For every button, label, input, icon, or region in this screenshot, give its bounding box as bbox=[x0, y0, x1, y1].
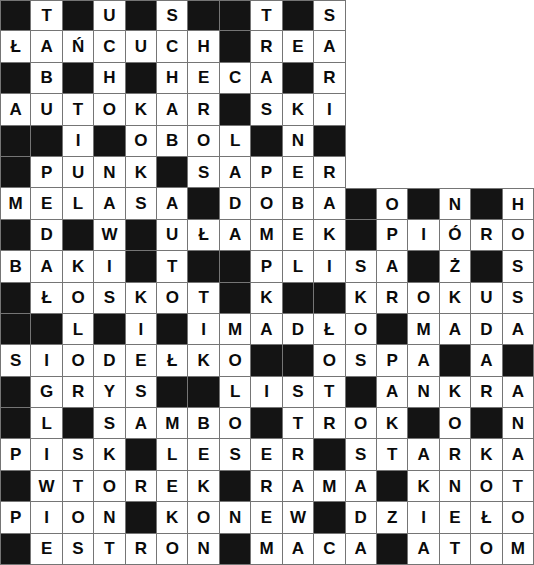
block-r13c7 bbox=[188, 377, 219, 408]
cell-r17c1[interactable]: P bbox=[0, 502, 31, 533]
cell-r2c2[interactable]: A bbox=[31, 31, 62, 62]
cell-r8c10[interactable]: E bbox=[283, 220, 314, 251]
cell-r3c4[interactable]: H bbox=[94, 63, 125, 94]
block-r14c14 bbox=[408, 408, 439, 439]
cell-r8c11[interactable]: K bbox=[314, 220, 345, 251]
cell-r4c11[interactable]: I bbox=[314, 94, 345, 125]
void-area bbox=[408, 31, 439, 62]
block-r2c8 bbox=[220, 31, 251, 62]
cell-r15c8[interactable]: S bbox=[220, 439, 251, 470]
block-r11c4 bbox=[94, 314, 125, 345]
cell-r16c15[interactable]: N bbox=[440, 471, 471, 502]
cell-r7c11[interactable]: A bbox=[314, 188, 345, 219]
cell-r3c11[interactable]: R bbox=[314, 63, 345, 94]
cell-r14c13[interactable]: K bbox=[377, 408, 408, 439]
cell-r14c17[interactable]: N bbox=[503, 408, 534, 439]
cell-r14c15[interactable]: O bbox=[440, 408, 471, 439]
cell-r12c11[interactable]: O bbox=[314, 345, 345, 376]
cell-r18c10[interactable]: A bbox=[283, 534, 314, 565]
cell-r4c7[interactable]: R bbox=[188, 94, 219, 125]
void-area bbox=[503, 157, 534, 188]
void-area bbox=[440, 157, 471, 188]
cell-r11c14[interactable]: M bbox=[408, 314, 439, 345]
block-r7c14 bbox=[408, 188, 439, 219]
cell-r9c1[interactable]: B bbox=[0, 251, 31, 282]
cell-r8c4[interactable]: W bbox=[94, 220, 125, 251]
block-r7c16 bbox=[471, 188, 502, 219]
cell-r17c14[interactable]: I bbox=[408, 502, 439, 533]
cell-r2c4[interactable]: C bbox=[94, 31, 125, 62]
cell-r12c2[interactable]: I bbox=[31, 345, 62, 376]
block-r9c5 bbox=[126, 251, 157, 282]
block-r1c5 bbox=[126, 0, 157, 31]
cell-r6c7[interactable]: S bbox=[188, 157, 219, 188]
block-r11c1 bbox=[0, 314, 31, 345]
cell-r5c10[interactable]: N bbox=[283, 126, 314, 157]
cell-r8c9[interactable]: M bbox=[251, 220, 282, 251]
cell-r13c5[interactable]: S bbox=[126, 377, 157, 408]
cell-r16c6[interactable]: E bbox=[157, 471, 188, 502]
cell-r8c16[interactable]: R bbox=[471, 220, 502, 251]
cell-r9c17[interactable]: S bbox=[503, 251, 534, 282]
cell-r2c1[interactable]: Ł bbox=[0, 31, 31, 62]
cell-r2c9[interactable]: R bbox=[251, 31, 282, 62]
cell-r4c5[interactable]: K bbox=[126, 94, 157, 125]
void-area bbox=[408, 94, 439, 125]
cell-r12c13[interactable]: P bbox=[377, 345, 408, 376]
cell-r2c5[interactable]: U bbox=[126, 31, 157, 62]
cell-r7c8[interactable]: D bbox=[220, 188, 251, 219]
block-r8c5 bbox=[126, 220, 157, 251]
cell-r14c8[interactable]: O bbox=[220, 408, 251, 439]
cell-r17c3[interactable]: O bbox=[63, 502, 94, 533]
cell-r12c14[interactable]: A bbox=[408, 345, 439, 376]
cell-r15c2[interactable]: I bbox=[31, 439, 62, 470]
cell-r2c6[interactable]: C bbox=[157, 31, 188, 62]
cell-r8c8[interactable]: A bbox=[220, 220, 251, 251]
block-r9c7 bbox=[188, 251, 219, 282]
cell-r6c3[interactable]: U bbox=[63, 157, 94, 188]
cell-r14c6[interactable]: M bbox=[157, 408, 188, 439]
void-area bbox=[377, 0, 408, 31]
cell-r18c14[interactable]: A bbox=[408, 534, 439, 565]
void-area bbox=[440, 31, 471, 62]
cell-r10c4[interactable]: S bbox=[94, 283, 125, 314]
cell-r13c17[interactable]: A bbox=[503, 377, 534, 408]
void-area bbox=[471, 94, 502, 125]
void-area bbox=[377, 63, 408, 94]
block-r11c6 bbox=[157, 314, 188, 345]
cell-r18c6[interactable]: O bbox=[157, 534, 188, 565]
void-area bbox=[408, 126, 439, 157]
cell-r14c7[interactable]: B bbox=[188, 408, 219, 439]
cell-r18c4[interactable]: T bbox=[94, 534, 125, 565]
cell-r15c10[interactable]: R bbox=[283, 439, 314, 470]
cell-r13c11[interactable]: T bbox=[314, 377, 345, 408]
cell-r1c6[interactable]: S bbox=[157, 0, 188, 31]
block-r8c12 bbox=[346, 220, 377, 251]
cell-r15c12[interactable]: S bbox=[346, 439, 377, 470]
cell-r3c7[interactable]: E bbox=[188, 63, 219, 94]
cell-r10c6[interactable]: O bbox=[157, 283, 188, 314]
cell-r17c4[interactable]: N bbox=[94, 502, 125, 533]
block-r11c2 bbox=[31, 314, 62, 345]
cell-r18c12[interactable]: A bbox=[346, 534, 377, 565]
cell-r15c4[interactable]: K bbox=[94, 439, 125, 470]
cell-r12c6[interactable]: Ł bbox=[157, 345, 188, 376]
cell-r11c3[interactable]: L bbox=[63, 314, 94, 345]
cell-r10c14[interactable]: O bbox=[408, 283, 439, 314]
block-r12c17 bbox=[503, 345, 534, 376]
cell-r11c10[interactable]: D bbox=[283, 314, 314, 345]
cell-r5c6[interactable]: B bbox=[157, 126, 188, 157]
cell-r11c16[interactable]: D bbox=[471, 314, 502, 345]
cell-r15c7[interactable]: E bbox=[188, 439, 219, 470]
block-r3c10 bbox=[283, 63, 314, 94]
cell-r15c9[interactable]: E bbox=[251, 439, 282, 470]
cell-r7c15[interactable]: N bbox=[440, 188, 471, 219]
void-area bbox=[377, 157, 408, 188]
cell-r4c2[interactable]: U bbox=[31, 94, 62, 125]
cell-r7c13[interactable]: O bbox=[377, 188, 408, 219]
void-area bbox=[503, 0, 534, 31]
cell-r18c2[interactable]: E bbox=[31, 534, 62, 565]
block-r1c10 bbox=[283, 0, 314, 31]
cell-r14c10[interactable]: T bbox=[283, 408, 314, 439]
cell-r16c2[interactable]: W bbox=[31, 471, 62, 502]
cell-r7c6[interactable]: A bbox=[157, 188, 188, 219]
void-area bbox=[471, 0, 502, 31]
cell-r12c8[interactable]: O bbox=[220, 345, 251, 376]
cell-r6c11[interactable]: R bbox=[314, 157, 345, 188]
cell-r15c1[interactable]: P bbox=[0, 439, 31, 470]
cell-r7c3[interactable]: L bbox=[63, 188, 94, 219]
cell-r7c10[interactable]: B bbox=[283, 188, 314, 219]
void-area bbox=[471, 126, 502, 157]
block-r1c3 bbox=[63, 0, 94, 31]
void-area bbox=[346, 63, 377, 94]
cell-r16c17[interactable]: T bbox=[503, 471, 534, 502]
cell-r16c7[interactable]: K bbox=[188, 471, 219, 502]
cell-r8c17[interactable]: O bbox=[503, 220, 534, 251]
cell-r10c3[interactable]: O bbox=[63, 283, 94, 314]
cell-r18c15[interactable]: T bbox=[440, 534, 471, 565]
cell-r1c4[interactable]: U bbox=[94, 0, 125, 31]
cell-r10c2[interactable]: Ł bbox=[31, 283, 62, 314]
block-r14c16 bbox=[471, 408, 502, 439]
cell-r17c12[interactable]: D bbox=[346, 502, 377, 533]
cell-r5c5[interactable]: O bbox=[126, 126, 157, 157]
cell-r5c7[interactable]: O bbox=[188, 126, 219, 157]
cell-r18c5[interactable]: R bbox=[126, 534, 157, 565]
cell-r16c14[interactable]: K bbox=[408, 471, 439, 502]
void-area bbox=[440, 63, 471, 94]
cell-r12c5[interactable]: E bbox=[126, 345, 157, 376]
block-r13c1 bbox=[0, 377, 31, 408]
cell-r4c4[interactable]: O bbox=[94, 94, 125, 125]
block-r5c4 bbox=[94, 126, 125, 157]
cell-r15c3[interactable]: S bbox=[63, 439, 94, 470]
cell-r8c15[interactable]: Ó bbox=[440, 220, 471, 251]
block-r16c1 bbox=[0, 471, 31, 502]
void-area bbox=[346, 31, 377, 62]
cell-r11c8[interactable]: M bbox=[220, 314, 251, 345]
block-r11c13 bbox=[377, 314, 408, 345]
cell-r10c9[interactable]: K bbox=[251, 283, 282, 314]
cell-r10c12[interactable]: K bbox=[346, 283, 377, 314]
block-r3c3 bbox=[63, 63, 94, 94]
cell-r9c6[interactable]: T bbox=[157, 251, 188, 282]
cell-r10c17[interactable]: S bbox=[503, 283, 534, 314]
cell-r18c3[interactable]: S bbox=[63, 534, 94, 565]
cell-r13c16[interactable]: R bbox=[471, 377, 502, 408]
block-r1c1 bbox=[0, 0, 31, 31]
block-r12c15 bbox=[440, 345, 471, 376]
cell-r17c17[interactable]: O bbox=[503, 502, 534, 533]
cell-r12c3[interactable]: O bbox=[63, 345, 94, 376]
cell-r7c1[interactable]: M bbox=[0, 188, 31, 219]
cell-r9c2[interactable]: A bbox=[31, 251, 62, 282]
cell-r13c8[interactable]: L bbox=[220, 377, 251, 408]
cell-r12c7[interactable]: K bbox=[188, 345, 219, 376]
block-r6c1 bbox=[0, 157, 31, 188]
cell-r13c15[interactable]: K bbox=[440, 377, 471, 408]
cell-r1c9[interactable]: T bbox=[251, 0, 282, 31]
cell-r13c9[interactable]: I bbox=[251, 377, 282, 408]
cell-r16c12[interactable]: A bbox=[346, 471, 377, 502]
void-area bbox=[503, 126, 534, 157]
cell-r18c16[interactable]: O bbox=[471, 534, 502, 565]
cell-r3c2[interactable]: B bbox=[31, 63, 62, 94]
void-area bbox=[377, 94, 408, 125]
cell-r9c15[interactable]: Ż bbox=[440, 251, 471, 282]
block-r8c1 bbox=[0, 220, 31, 251]
cell-r15c15[interactable]: R bbox=[440, 439, 471, 470]
cell-r8c13[interactable]: P bbox=[377, 220, 408, 251]
cell-r6c9[interactable]: P bbox=[251, 157, 282, 188]
block-r9c8 bbox=[220, 251, 251, 282]
block-r14c1 bbox=[0, 408, 31, 439]
cell-r17c9[interactable]: E bbox=[251, 502, 282, 533]
cell-r6c4[interactable]: N bbox=[94, 157, 125, 188]
cell-r7c2[interactable]: E bbox=[31, 188, 62, 219]
block-r14c3 bbox=[63, 408, 94, 439]
cell-r13c3[interactable]: R bbox=[63, 377, 94, 408]
block-r18c13 bbox=[377, 534, 408, 565]
cell-r12c4[interactable]: D bbox=[94, 345, 125, 376]
cell-r12c16[interactable]: A bbox=[471, 345, 502, 376]
cell-r10c15[interactable]: K bbox=[440, 283, 471, 314]
cell-r18c17[interactable]: M bbox=[503, 534, 534, 565]
block-r9c16 bbox=[471, 251, 502, 282]
cell-r11c9[interactable]: A bbox=[251, 314, 282, 345]
cell-r3c6[interactable]: H bbox=[157, 63, 188, 94]
cell-r9c11[interactable]: I bbox=[314, 251, 345, 282]
void-area bbox=[503, 31, 534, 62]
cell-r9c9[interactable]: P bbox=[251, 251, 282, 282]
block-r15c5 bbox=[126, 439, 157, 470]
cell-r17c16[interactable]: Ł bbox=[471, 502, 502, 533]
block-r10c11 bbox=[314, 283, 345, 314]
cell-r7c4[interactable]: A bbox=[94, 188, 125, 219]
void-area bbox=[408, 0, 439, 31]
cell-r4c9[interactable]: S bbox=[251, 94, 282, 125]
cell-r11c17[interactable]: A bbox=[503, 314, 534, 345]
cell-r6c10[interactable]: E bbox=[283, 157, 314, 188]
cell-r2c7[interactable]: H bbox=[188, 31, 219, 62]
cell-r16c4[interactable]: O bbox=[94, 471, 125, 502]
cell-r4c3[interactable]: T bbox=[63, 94, 94, 125]
cell-r17c6[interactable]: K bbox=[157, 502, 188, 533]
block-r17c5 bbox=[126, 502, 157, 533]
cell-r3c8[interactable]: C bbox=[220, 63, 251, 94]
cell-r10c13[interactable]: R bbox=[377, 283, 408, 314]
cell-r2c10[interactable]: E bbox=[283, 31, 314, 62]
cell-r15c17[interactable]: A bbox=[503, 439, 534, 470]
cell-r7c9[interactable]: O bbox=[251, 188, 282, 219]
cell-r18c7[interactable]: N bbox=[188, 534, 219, 565]
block-r5c2 bbox=[31, 126, 62, 157]
cell-r12c1[interactable]: S bbox=[0, 345, 31, 376]
cell-r16c11[interactable]: M bbox=[314, 471, 345, 502]
cell-r17c8[interactable]: N bbox=[220, 502, 251, 533]
crossword-page: { "game": "crossword", "variant": "Polis… bbox=[0, 0, 534, 565]
cell-r14c4[interactable]: S bbox=[94, 408, 125, 439]
block-r1c8 bbox=[220, 0, 251, 31]
block-r7c12 bbox=[346, 188, 377, 219]
cell-r16c16[interactable]: O bbox=[471, 471, 502, 502]
block-r10c10 bbox=[283, 283, 314, 314]
block-r18c1 bbox=[0, 534, 31, 565]
cell-r18c9[interactable]: M bbox=[251, 534, 282, 565]
void-area bbox=[440, 126, 471, 157]
cell-r9c10[interactable]: L bbox=[283, 251, 314, 282]
void-area bbox=[503, 94, 534, 125]
block-r13c6 bbox=[157, 377, 188, 408]
block-r7c7 bbox=[188, 188, 219, 219]
cell-r16c3[interactable]: T bbox=[63, 471, 94, 502]
block-r8c3 bbox=[63, 220, 94, 251]
cell-r11c5[interactable]: I bbox=[126, 314, 157, 345]
block-r6c6 bbox=[157, 157, 188, 188]
void-area bbox=[346, 94, 377, 125]
cell-r10c7[interactable]: T bbox=[188, 283, 219, 314]
block-r9c14 bbox=[408, 251, 439, 282]
cell-r17c10[interactable]: W bbox=[283, 502, 314, 533]
cell-r12c12[interactable]: S bbox=[346, 345, 377, 376]
cell-r16c5[interactable]: R bbox=[126, 471, 157, 502]
cell-r15c16[interactable]: K bbox=[471, 439, 502, 470]
cell-r6c5[interactable]: K bbox=[126, 157, 157, 188]
void-area bbox=[377, 126, 408, 157]
cell-r3c9[interactable]: A bbox=[251, 63, 282, 94]
cell-r1c11[interactable]: S bbox=[314, 0, 345, 31]
cell-r17c13[interactable]: Z bbox=[377, 502, 408, 533]
cell-r6c2[interactable]: P bbox=[31, 157, 62, 188]
cell-r8c7[interactable]: Ł bbox=[188, 220, 219, 251]
cell-r11c7[interactable]: I bbox=[188, 314, 219, 345]
cell-r8c14[interactable]: I bbox=[408, 220, 439, 251]
cell-r14c12[interactable]: O bbox=[346, 408, 377, 439]
block-r14c9 bbox=[251, 408, 282, 439]
cell-r18c11[interactable]: C bbox=[314, 534, 345, 565]
cell-r4c6[interactable]: A bbox=[157, 94, 188, 125]
cell-r14c2[interactable]: L bbox=[31, 408, 62, 439]
cell-r15c13[interactable]: T bbox=[377, 439, 408, 470]
cell-r4c1[interactable]: A bbox=[0, 94, 31, 125]
block-r10c8 bbox=[220, 283, 251, 314]
cell-r1c2[interactable]: T bbox=[31, 0, 62, 31]
cell-r17c2[interactable]: I bbox=[31, 502, 62, 533]
block-r18c8 bbox=[220, 534, 251, 565]
cell-r2c11[interactable]: A bbox=[314, 31, 345, 62]
cell-r7c5[interactable]: S bbox=[126, 188, 157, 219]
cell-r8c6[interactable]: U bbox=[157, 220, 188, 251]
void-area bbox=[346, 126, 377, 157]
cell-r13c4[interactable]: Y bbox=[94, 377, 125, 408]
block-r4c8 bbox=[220, 94, 251, 125]
cell-r5c8[interactable]: L bbox=[220, 126, 251, 157]
cell-r13c13[interactable]: A bbox=[377, 377, 408, 408]
cell-r11c15[interactable]: A bbox=[440, 314, 471, 345]
block-r5c1 bbox=[0, 126, 31, 157]
block-r12c9 bbox=[251, 345, 282, 376]
cell-r9c12[interactable]: S bbox=[346, 251, 377, 282]
void-area bbox=[471, 63, 502, 94]
void-area bbox=[346, 0, 377, 31]
block-r3c5 bbox=[126, 63, 157, 94]
block-r1c7 bbox=[188, 0, 219, 31]
cell-r14c5[interactable]: A bbox=[126, 408, 157, 439]
cell-r13c2[interactable]: G bbox=[31, 377, 62, 408]
cell-r11c11[interactable]: Ł bbox=[314, 314, 345, 345]
cell-r10c5[interactable]: K bbox=[126, 283, 157, 314]
cell-r8c2[interactable]: D bbox=[31, 220, 62, 251]
block-r16c8 bbox=[220, 471, 251, 502]
block-r15c11 bbox=[314, 439, 345, 470]
void-area bbox=[408, 63, 439, 94]
block-r5c11 bbox=[314, 126, 345, 157]
cell-r4c10[interactable]: K bbox=[283, 94, 314, 125]
cell-r16c9[interactable]: R bbox=[251, 471, 282, 502]
block-r17c11 bbox=[314, 502, 345, 533]
cell-r16c10[interactable]: A bbox=[283, 471, 314, 502]
block-r12c10 bbox=[283, 345, 314, 376]
cell-r5c3[interactable]: I bbox=[63, 126, 94, 157]
cell-r14c11[interactable]: R bbox=[314, 408, 345, 439]
cell-r9c3[interactable]: K bbox=[63, 251, 94, 282]
cell-r9c4[interactable]: I bbox=[94, 251, 125, 282]
cell-r15c6[interactable]: L bbox=[157, 439, 188, 470]
cell-r9c13[interactable]: A bbox=[377, 251, 408, 282]
cell-r2c3[interactable]: Ń bbox=[63, 31, 94, 62]
cell-r17c15[interactable]: E bbox=[440, 502, 471, 533]
cell-r13c10[interactable]: S bbox=[283, 377, 314, 408]
cell-r11c12[interactable]: O bbox=[346, 314, 377, 345]
cell-r13c14[interactable]: N bbox=[408, 377, 439, 408]
void-area bbox=[503, 63, 534, 94]
void-area bbox=[408, 157, 439, 188]
cell-r7c17[interactable]: H bbox=[503, 188, 534, 219]
cell-r17c7[interactable]: O bbox=[188, 502, 219, 533]
void-area bbox=[377, 31, 408, 62]
block-r5c9 bbox=[251, 126, 282, 157]
block-r13c12 bbox=[346, 377, 377, 408]
cell-r6c8[interactable]: A bbox=[220, 157, 251, 188]
void-area bbox=[440, 94, 471, 125]
cell-r15c14[interactable]: A bbox=[408, 439, 439, 470]
cell-r10c16[interactable]: U bbox=[471, 283, 502, 314]
